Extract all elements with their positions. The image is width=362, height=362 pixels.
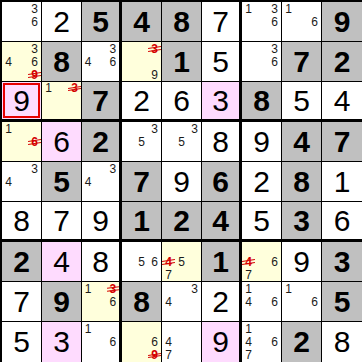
cell-r9c8[interactable]: 2 [282, 322, 322, 362]
candidate-6: 6 [107, 335, 119, 348]
candidate-4-eliminated: 4 [162, 255, 175, 268]
digit: 6 [212, 167, 229, 197]
cell-r8c2[interactable]: 9 [42, 282, 82, 322]
cell-r9c4[interactable]: 69 [122, 322, 162, 362]
candidate-5: 5 [135, 135, 148, 148]
cell-r3c6[interactable]: 3 [202, 82, 242, 122]
cell-r7c2[interactable]: 4 [42, 242, 82, 282]
candidate-4: 4 [82, 175, 94, 188]
candidate-7: 7 [162, 349, 175, 362]
cell-r9c5[interactable]: 47 [162, 322, 202, 362]
candidate-1: 1 [242, 2, 255, 15]
cell-r2c1[interactable]: 3469 [2, 42, 42, 82]
cell-r6c3[interactable]: 9 [82, 202, 122, 242]
cell-r4c6[interactable]: 8 [202, 122, 242, 162]
pencil-marks: 47 [162, 322, 201, 362]
cell-r6c6[interactable]: 4 [202, 202, 242, 242]
digit: 9 [334, 7, 351, 37]
candidate-4-eliminated: 4 [242, 255, 255, 268]
pencil-marks: 16 [282, 2, 321, 41]
digit: 2 [173, 206, 190, 236]
pencil-marks: 467 [242, 242, 281, 281]
candidate-7: 7 [242, 268, 255, 281]
candidate-3: 3 [148, 122, 161, 135]
candidate-9-eliminated: 9 [28, 68, 41, 81]
cell-r9c9[interactable]: 8 [322, 322, 362, 362]
candidate-1: 1 [242, 282, 255, 295]
digit: 7 [133, 167, 150, 197]
cell-r6c5[interactable]: 2 [162, 202, 202, 242]
cell-r8c1[interactable]: 7 [2, 282, 42, 322]
cell-r7c9[interactable]: 3 [322, 242, 362, 282]
candidate-1: 1 [2, 122, 15, 135]
digit: 8 [92, 247, 109, 277]
candidate-4: 4 [162, 295, 175, 308]
cell-r2c5[interactable]: 1 [162, 42, 202, 82]
digit: 9 [212, 327, 229, 357]
cell-r3c4[interactable]: 2 [122, 82, 162, 122]
pencil-marks: 34 [82, 162, 119, 201]
digit: 4 [293, 127, 310, 157]
cell-r9c7[interactable]: 1467 [242, 322, 282, 362]
candidate-6: 6 [268, 15, 281, 28]
candidate-3: 3 [268, 2, 281, 15]
pencil-marks: 457 [162, 242, 201, 281]
digit: 5 [212, 47, 229, 77]
cell-r8c8[interactable]: 16 [282, 282, 322, 322]
candidate-4: 4 [2, 175, 15, 188]
digit: 9 [173, 167, 190, 197]
digit: 2 [133, 86, 150, 116]
digit: 5 [293, 86, 310, 116]
pencil-marks: 69 [122, 322, 161, 362]
cell-r4c2[interactable]: 6 [42, 122, 82, 162]
pencil-marks: 3469 [2, 42, 41, 81]
digit: 4 [133, 7, 150, 37]
candidate-6: 6 [148, 255, 161, 268]
digit: 5 [53, 167, 70, 197]
candidate-1: 1 [82, 322, 94, 335]
pencil-marks: 136 [82, 282, 119, 321]
candidate-3-eliminated: 3 [148, 42, 161, 55]
cell-r3c9[interactable]: 4 [322, 82, 362, 122]
cell-r7c1[interactable]: 2 [2, 242, 42, 282]
cell-r1c2[interactable]: 2 [42, 2, 82, 42]
cell-r3c2[interactable]: 13 [42, 82, 82, 122]
candidate-6: 6 [268, 335, 281, 348]
candidate-1: 1 [42, 82, 55, 94]
candidate-1: 1 [242, 322, 255, 335]
digit: 8 [133, 287, 150, 317]
cell-r4c3[interactable]: 2 [82, 122, 122, 162]
cell-r8c5[interactable]: 34 [162, 282, 202, 322]
pencil-marks: 36 [242, 42, 281, 81]
cell-r2c6[interactable]: 5 [202, 42, 242, 82]
digit: 2 [53, 7, 70, 37]
candidate-6-eliminated: 6 [28, 135, 41, 148]
candidate-9-eliminated: 9 [148, 349, 161, 362]
cell-r2c8[interactable]: 7 [282, 42, 322, 82]
cell-r7c7[interactable]: 467 [242, 242, 282, 282]
digit: 5 [92, 7, 109, 37]
candidate-9: 9 [148, 68, 161, 81]
pencil-marks: 35 [122, 122, 161, 161]
digit: 8 [253, 86, 270, 116]
pencil-marks: 346 [82, 42, 119, 81]
pencil-marks: 34 [2, 162, 41, 201]
cell-r5c5[interactable]: 9 [162, 162, 202, 202]
cell-r2c2[interactable]: 8 [42, 42, 82, 82]
digit: 8 [13, 206, 30, 236]
candidate-4: 4 [162, 335, 175, 348]
candidate-6: 6 [28, 15, 41, 28]
candidate-3: 3 [107, 162, 119, 175]
cell-r6c7[interactable]: 5 [242, 202, 282, 242]
digit: 8 [293, 167, 310, 197]
candidate-3: 3 [268, 42, 281, 55]
sudoku-board: 3625487136169346983463915367291372638541… [0, 0, 362, 362]
candidate-7: 7 [162, 268, 175, 281]
digit: 8 [212, 127, 229, 157]
cell-r1c8[interactable]: 16 [282, 2, 322, 42]
cell-r8c7[interactable]: 146 [242, 282, 282, 322]
digit: 8 [53, 47, 70, 77]
cell-r6c1[interactable]: 8 [2, 202, 42, 242]
cell-r3c5[interactable]: 6 [162, 82, 202, 122]
candidate-3-eliminated: 3 [68, 82, 81, 94]
digit: 1 [212, 247, 229, 277]
digit: 5 [253, 206, 270, 236]
cell-r5c3[interactable]: 34 [82, 162, 122, 202]
candidate-3: 3 [107, 42, 119, 55]
candidate-3-eliminated: 3 [107, 282, 119, 295]
pencil-marks: 146 [242, 282, 281, 321]
digit: 8 [173, 7, 190, 37]
pencil-marks: 1467 [242, 322, 281, 362]
cell-r4c9[interactable]: 7 [322, 122, 362, 162]
pencil-marks: 13 [42, 82, 81, 119]
pencil-marks: 56 [122, 242, 161, 281]
cell-r3c8[interactable]: 5 [282, 82, 322, 122]
cell-r7c4[interactable]: 56 [122, 242, 162, 282]
candidate-1: 1 [282, 2, 295, 15]
cell-r1c4[interactable]: 4 [122, 2, 162, 42]
cell-r8c9[interactable]: 5 [322, 282, 362, 322]
candidate-3: 3 [28, 42, 41, 55]
digit: 5 [334, 287, 351, 317]
digit: 4 [53, 247, 70, 277]
digit: 4 [212, 206, 229, 236]
digit: 9 [53, 287, 70, 317]
digit: 2 [253, 167, 270, 197]
candidate-4: 4 [2, 55, 15, 68]
cell-r1c3[interactable]: 5 [82, 2, 122, 42]
digit: 3 [293, 206, 310, 236]
pencil-marks: 16 [2, 122, 41, 161]
candidate-4: 4 [82, 55, 94, 68]
digit: 9 [92, 206, 109, 236]
cell-r7c8[interactable]: 9 [282, 242, 322, 282]
cell-r8c3[interactable]: 136 [82, 282, 122, 322]
cell-r9c1[interactable]: 5 [2, 322, 42, 362]
digit: 9 [253, 127, 270, 157]
candidate-1: 1 [82, 282, 94, 295]
candidate-5: 5 [175, 135, 188, 148]
cell-r4c1[interactable]: 16 [2, 122, 42, 162]
cell-r5c7[interactable]: 2 [242, 162, 282, 202]
cell-r6c2[interactable]: 7 [42, 202, 82, 242]
candidate-6: 6 [268, 255, 281, 268]
digit: 2 [13, 247, 30, 277]
candidate-6: 6 [107, 55, 119, 68]
candidate-3: 3 [188, 282, 201, 295]
cell-r8c4[interactable]: 8 [122, 282, 162, 322]
candidate-4: 4 [242, 335, 255, 348]
cell-r6c8[interactable]: 3 [282, 202, 322, 242]
cell-r3c7[interactable]: 8 [242, 82, 282, 122]
digit: 6 [173, 86, 190, 116]
cell-r9c2[interactable]: 3 [42, 322, 82, 362]
digit: 1 [133, 206, 150, 236]
cell-r5c2[interactable]: 5 [42, 162, 82, 202]
digit: 7 [212, 7, 229, 37]
candidate-6: 6 [308, 15, 321, 28]
candidate-6: 6 [308, 295, 321, 308]
cell-r2c3[interactable]: 346 [82, 42, 122, 82]
candidate-6: 6 [148, 335, 161, 348]
digit: 5 [13, 327, 30, 357]
digit: 8 [334, 327, 351, 357]
cell-r4c5[interactable]: 35 [162, 122, 202, 162]
candidate-3: 3 [28, 162, 41, 175]
digit: 7 [53, 206, 70, 236]
candidate-3: 3 [188, 122, 201, 135]
cell-r2c7[interactable]: 36 [242, 42, 282, 82]
candidate-7: 7 [242, 349, 255, 362]
cell-r9c6[interactable]: 9 [202, 322, 242, 362]
pencil-marks: 34 [162, 282, 201, 321]
cell-r1c9[interactable]: 9 [322, 2, 362, 42]
cell-r6c9[interactable]: 6 [322, 202, 362, 242]
pencil-marks: 36 [2, 2, 41, 41]
digit: 2 [334, 47, 351, 77]
candidate-1: 1 [282, 282, 295, 295]
cell-r3c3[interactable]: 7 [82, 82, 122, 122]
cell-r4c7[interactable]: 9 [242, 122, 282, 162]
cell-r3c1[interactable]: 9 [2, 82, 42, 122]
digit: 9 [293, 247, 310, 277]
digit: 6 [334, 206, 351, 236]
cell-r2c9[interactable]: 2 [322, 42, 362, 82]
cell-r9c3[interactable]: 16 [82, 322, 122, 362]
cell-r4c8[interactable]: 4 [282, 122, 322, 162]
cell-r5c4[interactable]: 7 [122, 162, 162, 202]
candidate-6: 6 [268, 55, 281, 68]
digit: 3 [212, 86, 229, 116]
cell-r7c3[interactable]: 8 [82, 242, 122, 282]
digit: 1 [334, 167, 351, 197]
digit: 2 [92, 127, 109, 157]
pencil-marks: 35 [162, 122, 201, 161]
cell-r1c6[interactable]: 7 [202, 2, 242, 42]
cell-r8c6[interactable]: 2 [202, 282, 242, 322]
pencil-marks: 39 [122, 42, 161, 81]
pencil-marks: 136 [242, 2, 281, 41]
candidate-5: 5 [175, 255, 188, 268]
cell-r5c1[interactable]: 34 [2, 162, 42, 202]
candidate-3: 3 [28, 2, 41, 15]
candidate-6: 6 [28, 55, 41, 68]
cell-r5c6[interactable]: 6 [202, 162, 242, 202]
candidate-4: 4 [242, 295, 255, 308]
digit: 3 [53, 327, 70, 357]
candidate-6: 6 [268, 295, 281, 308]
digit: 7 [334, 127, 351, 157]
digit: 7 [92, 86, 109, 116]
digit: 6 [53, 127, 70, 157]
pencil-marks: 16 [282, 282, 321, 321]
cell-r1c5[interactable]: 8 [162, 2, 202, 42]
cell-r7c5[interactable]: 457 [162, 242, 202, 282]
digit: 3 [334, 247, 351, 277]
digit: 2 [212, 287, 229, 317]
candidate-6: 6 [107, 295, 119, 308]
candidate-5: 5 [135, 255, 148, 268]
cell-r2c4[interactable]: 39 [122, 42, 162, 82]
digit: 1 [173, 47, 190, 77]
cell-r7c6[interactable]: 1 [202, 242, 242, 282]
cell-r5c9[interactable]: 1 [322, 162, 362, 202]
cell-r1c1[interactable]: 36 [2, 2, 42, 42]
digit: 7 [293, 47, 310, 77]
pencil-marks: 16 [82, 322, 119, 362]
cell-r1c7[interactable]: 136 [242, 2, 282, 42]
digit: 2 [293, 327, 310, 357]
cell-r5c8[interactable]: 8 [282, 162, 322, 202]
digit: 9 [13, 86, 30, 116]
cell-r6c4[interactable]: 1 [122, 202, 162, 242]
digit: 4 [334, 86, 351, 116]
digit: 7 [13, 287, 30, 317]
cell-r4c4[interactable]: 35 [122, 122, 162, 162]
